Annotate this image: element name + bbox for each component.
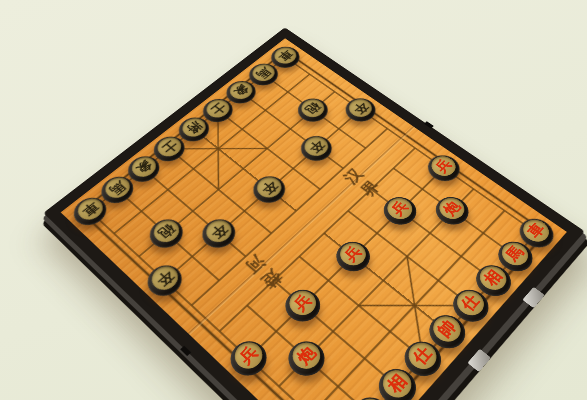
latch-tab (522, 287, 544, 308)
xiangqi-board[interactable]: 河 楚 汉 界 車馬象士將士象馬車砲砲卒卒卒卒卒兵兵兵兵兵炮炮車馬相仕帥仕相馬車 (43, 27, 584, 400)
hinge-notch-left (180, 346, 191, 356)
board-surface: 河 楚 汉 界 車馬象士將士象馬車砲砲卒卒卒卒卒兵兵兵兵兵炮炮車馬相仕帥仕相馬車 (60, 38, 566, 400)
photo-scene: 河 楚 汉 界 車馬象士將士象馬車砲砲卒卒卒卒卒兵兵兵兵兵炮炮車馬相仕帥仕相馬車 (0, 0, 587, 400)
latch-tab (467, 349, 491, 372)
hinge-notch-right (424, 121, 434, 128)
